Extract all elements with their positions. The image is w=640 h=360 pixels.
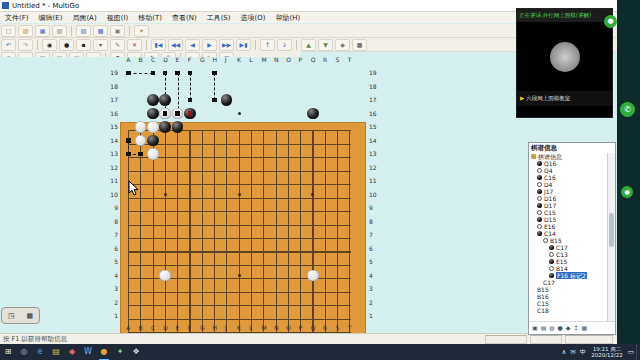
tree-tool-icon[interactable]: ● xyxy=(558,324,563,331)
tray-icon-2[interactable]: 中 xyxy=(580,348,587,357)
tree-node-label: E16 xyxy=(544,223,555,230)
game-tree-panel: 棋谱信息 棋谱信息Q16Q4C16D4J17D16D17C15D15E16C14… xyxy=(528,142,616,335)
tree-node-D15[interactable]: D15 xyxy=(529,216,609,223)
tree-node-C15[interactable]: C15 xyxy=(529,209,609,216)
toolbar-button[interactable]: ● xyxy=(59,39,74,51)
white-stone-icon xyxy=(537,210,542,215)
black-stone-icon xyxy=(549,245,554,250)
show-desktop-button[interactable] xyxy=(636,344,640,360)
toolbar-button[interactable]: ✦ xyxy=(134,25,149,37)
status-hint: 按 F1 以获得帮助信息 xyxy=(3,335,67,344)
toolbar-button[interactable]: ▨ xyxy=(18,25,33,37)
tree-panel-toolbar[interactable]: ▣▤◍●◆↥▦ xyxy=(529,321,615,333)
toolbar-button[interactable]: ↶ xyxy=(1,39,16,51)
black-stone-icon xyxy=(537,217,542,222)
toolbar-button[interactable]: ✎ xyxy=(110,39,125,51)
menu-item-5[interactable]: 查看(N) xyxy=(167,13,202,23)
video-caption: ▶六段网上围棋教室 xyxy=(517,91,612,106)
tree-node-label: D17 xyxy=(544,202,556,209)
floating-mini-toolbar[interactable]: ◳ ▦ xyxy=(1,307,40,324)
app-icon xyxy=(2,2,9,9)
white-stone-icon xyxy=(537,168,542,173)
white-stone-icon xyxy=(549,266,554,271)
toolbar-button[interactable]: ↓ xyxy=(277,39,292,51)
tree-node-label: J17 xyxy=(544,188,553,195)
toolbar-separator xyxy=(71,26,72,36)
game-info-icon xyxy=(531,154,536,159)
green-call-badge[interactable]: ✆ xyxy=(620,102,635,117)
tree-node-C17[interactable]: C17 xyxy=(529,244,609,251)
menu-item-3[interactable]: 视图(I) xyxy=(102,13,134,23)
toolbar-button[interactable]: ▪ xyxy=(76,39,91,51)
tree-tool-icon[interactable]: ▤ xyxy=(541,324,547,331)
white-stone-icon xyxy=(543,238,548,243)
toolbar-button[interactable]: ▣ xyxy=(110,25,125,37)
status-segment xyxy=(565,335,613,344)
toolbar-separator xyxy=(255,40,256,50)
tree-tool-icon[interactable]: ▣ xyxy=(532,324,538,331)
tree-node-label: C15 xyxy=(537,300,549,307)
tree-tool-icon[interactable]: ▦ xyxy=(582,324,588,331)
tree-node-label: B15 xyxy=(550,237,562,244)
taskbar-app-3[interactable]: ◆ xyxy=(64,344,80,360)
tree-node-C16[interactable]: C16 xyxy=(529,174,609,181)
toolbar-button[interactable]: ▶▶ xyxy=(219,39,234,51)
white-stone-icon xyxy=(537,224,542,229)
taskbar-app-4[interactable]: W xyxy=(80,344,96,360)
tree-node-C14[interactable]: C14 xyxy=(529,230,609,237)
tree-node-label: B14 xyxy=(556,265,568,272)
taskbar-apps: ◎e▤◆W●✦❖ xyxy=(16,344,144,360)
tree-node-label: C13 xyxy=(556,251,568,258)
tree-node-label: D15 xyxy=(544,216,556,223)
tree-node-D17[interactable]: D17 xyxy=(529,202,609,209)
menu-item-0[interactable]: 文件(F) xyxy=(0,13,34,23)
menu-item-7[interactable]: 选项(O) xyxy=(236,13,271,23)
tree-node-D16[interactable]: D16 xyxy=(529,195,609,202)
tree-node-J17[interactable]: J17 xyxy=(529,188,609,195)
toolbar-button[interactable]: ◆ xyxy=(335,39,350,51)
tree-tool-icon[interactable]: ◆ xyxy=(566,324,571,331)
tree-node-Q16[interactable]: Q16 xyxy=(529,160,609,167)
tree-node-label: C14 xyxy=(544,230,556,237)
status-segment xyxy=(485,335,527,344)
toolbar-button[interactable]: ▩ xyxy=(93,25,108,37)
board-thumb-icon[interactable]: ◳ xyxy=(8,312,15,320)
toolbar-button[interactable]: ▧ xyxy=(76,25,91,37)
tree-node-label: F16 标记2 xyxy=(556,272,587,279)
black-stone-icon xyxy=(537,203,542,208)
folder-icon[interactable]: ▦ xyxy=(26,312,33,320)
speaker-icon: ▶ xyxy=(520,95,524,101)
go-board[interactable] xyxy=(120,122,366,360)
start-button[interactable]: ⊞ xyxy=(0,344,16,360)
tree-node-F16[interactable]: F16 标记2 xyxy=(529,272,609,279)
video-feed xyxy=(517,22,612,91)
toolbar-button[interactable]: ▮◀ xyxy=(151,39,166,51)
toolbar-button[interactable]: ▲ xyxy=(301,39,316,51)
toolbar-button[interactable]: ▶▮ xyxy=(236,39,251,51)
tree-node-棋谱信息[interactable]: 棋谱信息 xyxy=(529,153,609,160)
tree-node-label: C16 xyxy=(544,174,556,181)
tree-node-B16[interactable]: B16 xyxy=(529,293,609,300)
tree-panel-header: 棋谱信息 xyxy=(529,143,615,153)
tree-node-label: C15 xyxy=(544,209,556,216)
toolbar-button[interactable]: ✕ xyxy=(127,39,142,51)
scrollbar-thumb[interactable] xyxy=(609,213,614,247)
green-chat-badge[interactable]: ● xyxy=(621,186,633,198)
tree-node-label: D4 xyxy=(544,181,552,188)
tree-node-C18[interactable]: C18 xyxy=(529,307,609,314)
tree-node-label: B16 xyxy=(537,293,549,300)
black-stone-icon xyxy=(537,189,542,194)
tree-node-B15[interactable]: B15 xyxy=(529,286,609,293)
tree-node-label: Q16 xyxy=(544,160,556,167)
toolbar-button[interactable]: ▦ xyxy=(35,25,50,37)
taskbar-clock[interactable]: 19:21 周二 2020/12/22 xyxy=(591,346,623,358)
menu-item-4[interactable]: 移动(T) xyxy=(133,13,167,23)
taskbar-app-6[interactable]: ✦ xyxy=(112,344,128,360)
tree-node-label: C17 xyxy=(543,279,555,286)
taskbar-app-0[interactable]: ◎ xyxy=(16,344,32,360)
toolbar-separator xyxy=(37,40,38,50)
board-grid xyxy=(128,130,351,360)
tree-node-label: C18 xyxy=(537,307,549,314)
tree-node-label: Q4 xyxy=(544,167,553,174)
tree-node-label: D16 xyxy=(544,195,556,202)
tray-icons: ∧✉中 xyxy=(559,348,588,357)
windows-taskbar: ⊞ ◎e▤◆W●✦❖ ∧✉中 19:21 周二 2020/12/22 ▭ xyxy=(0,344,640,360)
toolbar-button[interactable]: ■ xyxy=(352,39,367,51)
toolbar-button[interactable]: ◀◀ xyxy=(168,39,183,51)
black-stone-icon xyxy=(537,175,542,180)
menu-item-8[interactable]: 帮助(H) xyxy=(271,13,306,23)
toolbar-button[interactable]: ▢ xyxy=(1,25,16,37)
toolbar-separator xyxy=(296,40,297,50)
toolbar-button[interactable]: ↷ xyxy=(18,39,33,51)
window-title: Untitled * - MultiGo xyxy=(12,2,79,10)
toolbar-button[interactable]: ▾ xyxy=(93,39,108,51)
toolbar-button[interactable]: ◀ xyxy=(185,39,200,51)
notification-icon[interactable]: ▭ xyxy=(628,348,634,356)
tree-node-C15[interactable]: C15 xyxy=(529,300,609,307)
taskbar-app-1[interactable]: e xyxy=(32,344,48,360)
tray-icon-1[interactable]: ✉ xyxy=(570,348,575,357)
tree-node-C13[interactable]: C13 xyxy=(529,251,609,258)
toolbar-separator xyxy=(129,26,130,36)
menu-item-1[interactable]: 编辑(E) xyxy=(34,13,68,23)
toolbar-button[interactable]: ▥ xyxy=(52,25,67,37)
tree-tool-icon[interactable]: ↥ xyxy=(573,324,578,331)
toolbar-separator xyxy=(146,40,147,50)
black-stone-icon xyxy=(549,273,554,278)
tree-scrollbar[interactable] xyxy=(607,153,615,321)
toolbar-button[interactable]: ▶ xyxy=(202,39,217,51)
white-stone-icon xyxy=(537,196,542,201)
green-mic-badge[interactable]: ● xyxy=(604,15,617,28)
tree-node-B14[interactable]: B14 xyxy=(529,265,609,272)
menu-item-6[interactable]: 工具(S) xyxy=(202,13,236,23)
tree-node-E15[interactable]: E15 xyxy=(529,258,609,265)
white-stone-icon xyxy=(537,182,542,187)
tree-tool-icon[interactable]: ◍ xyxy=(549,324,554,331)
tree-node-label: E15 xyxy=(556,258,567,265)
mouse-cursor xyxy=(128,180,140,200)
system-tray: ∧✉中 19:21 周二 2020/12/22 ▭ xyxy=(559,344,640,360)
taskbar-app-5[interactable]: ● xyxy=(96,344,112,360)
tree-node-B15[interactable]: B15 xyxy=(529,237,609,244)
tree-node-D4[interactable]: D4 xyxy=(529,181,609,188)
toolbar-button[interactable]: ↑ xyxy=(260,39,275,51)
tree-node-label: C17 xyxy=(556,244,568,251)
tree-node-E16[interactable]: E16 xyxy=(529,223,609,230)
video-conference-window[interactable]: 正在讲话:外行网上围棋(讲解) ▶六段网上围棋教室 xyxy=(516,8,613,118)
taskbar-app-2[interactable]: ▤ xyxy=(48,344,64,360)
tree-node-label: 棋谱信息 xyxy=(538,153,562,160)
toolbar-button[interactable]: ◉ xyxy=(42,39,57,51)
presenter-logo xyxy=(550,42,580,72)
white-stone-icon xyxy=(549,252,554,257)
speaking-status: 正在讲话:外行网上围棋(讲解) xyxy=(517,9,612,22)
status-segment xyxy=(530,335,562,344)
black-stone-icon xyxy=(537,231,542,236)
menu-item-2[interactable]: 局面(A) xyxy=(67,13,101,23)
toolbar-button[interactable]: ▼ xyxy=(318,39,333,51)
black-stone-icon xyxy=(537,161,542,166)
taskbar-app-7[interactable]: ❖ xyxy=(128,344,144,360)
tree-node-Q4[interactable]: Q4 xyxy=(529,167,609,174)
tree-node-C17[interactable]: C17 xyxy=(529,279,609,286)
tray-icon-0[interactable]: ∧ xyxy=(561,348,566,357)
tree-node-label: B15 xyxy=(537,286,549,293)
black-stone-icon xyxy=(549,259,554,264)
move-tree-list[interactable]: 棋谱信息Q16Q4C16D4J17D16D17C15D15E16C14B15C1… xyxy=(529,153,609,321)
